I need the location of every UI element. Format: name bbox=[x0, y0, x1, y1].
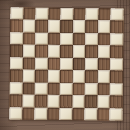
board-square[interactable] bbox=[35, 20, 48, 33]
board-square[interactable] bbox=[48, 45, 61, 58]
board-square[interactable] bbox=[60, 58, 73, 71]
board-square[interactable] bbox=[60, 45, 73, 58]
board-square[interactable] bbox=[61, 20, 74, 33]
board-square[interactable] bbox=[10, 45, 23, 58]
board-square[interactable] bbox=[36, 8, 49, 21]
board-square[interactable] bbox=[110, 108, 123, 121]
board-square[interactable] bbox=[98, 83, 111, 96]
board-square[interactable] bbox=[98, 46, 111, 59]
board-square[interactable] bbox=[22, 82, 35, 95]
board-square[interactable] bbox=[60, 70, 73, 83]
board-square[interactable] bbox=[48, 20, 61, 33]
board-square[interactable] bbox=[47, 95, 60, 108]
board-square[interactable] bbox=[35, 107, 48, 120]
board-square[interactable] bbox=[86, 8, 99, 21]
board-square[interactable] bbox=[47, 82, 60, 95]
board-square[interactable] bbox=[35, 57, 48, 70]
board-square[interactable] bbox=[10, 70, 23, 83]
board-square[interactable] bbox=[73, 8, 86, 21]
board-square[interactable] bbox=[111, 8, 124, 21]
board-square[interactable] bbox=[9, 107, 22, 120]
board-square[interactable] bbox=[35, 82, 48, 95]
board-square[interactable] bbox=[35, 70, 48, 83]
board-square[interactable] bbox=[72, 83, 85, 96]
board-square[interactable] bbox=[111, 33, 124, 46]
board-square[interactable] bbox=[73, 70, 86, 83]
board-square[interactable] bbox=[110, 96, 123, 109]
board-square[interactable] bbox=[73, 45, 86, 58]
board-square[interactable] bbox=[47, 70, 60, 83]
board-square[interactable] bbox=[110, 83, 123, 96]
board-square[interactable] bbox=[23, 20, 36, 33]
board-square[interactable] bbox=[23, 45, 36, 58]
board-square[interactable] bbox=[110, 58, 123, 71]
board-square[interactable] bbox=[60, 107, 73, 120]
board-square[interactable] bbox=[85, 95, 98, 108]
board-square[interactable] bbox=[86, 21, 99, 34]
board-square[interactable] bbox=[35, 33, 48, 46]
board-square[interactable] bbox=[86, 33, 99, 46]
board-square[interactable] bbox=[111, 46, 124, 59]
board-square[interactable] bbox=[48, 58, 61, 71]
board-square[interactable] bbox=[97, 95, 110, 108]
board-square[interactable] bbox=[10, 57, 23, 70]
board-square[interactable] bbox=[61, 8, 74, 21]
board-square[interactable] bbox=[48, 8, 61, 21]
board-square[interactable] bbox=[85, 108, 98, 121]
board-square[interactable] bbox=[73, 58, 86, 71]
board-square[interactable] bbox=[22, 70, 35, 83]
board-square[interactable] bbox=[73, 21, 86, 34]
board-square[interactable] bbox=[85, 70, 98, 83]
board-square[interactable] bbox=[98, 33, 111, 46]
board-square[interactable] bbox=[97, 108, 110, 121]
board-square[interactable] bbox=[35, 45, 48, 58]
board-square[interactable] bbox=[10, 7, 23, 20]
board-square[interactable] bbox=[23, 32, 36, 45]
board-square[interactable] bbox=[98, 8, 111, 21]
board-square[interactable] bbox=[85, 58, 98, 71]
board-square[interactable] bbox=[60, 83, 73, 96]
board-square[interactable] bbox=[10, 32, 23, 45]
board-square[interactable] bbox=[98, 71, 111, 84]
board-square[interactable] bbox=[111, 21, 124, 34]
board-square[interactable] bbox=[60, 33, 73, 46]
board-square[interactable] bbox=[98, 58, 111, 71]
board-square[interactable] bbox=[98, 21, 111, 34]
board-square[interactable] bbox=[23, 8, 36, 21]
board-square[interactable] bbox=[48, 33, 61, 46]
board-square[interactable] bbox=[85, 46, 98, 59]
board-square[interactable] bbox=[10, 95, 23, 108]
board-square[interactable] bbox=[10, 20, 23, 33]
board-square[interactable] bbox=[60, 95, 73, 108]
board-square[interactable] bbox=[22, 57, 35, 70]
wooden-table-background bbox=[0, 0, 130, 130]
board-square[interactable] bbox=[85, 83, 98, 96]
board-square[interactable] bbox=[10, 82, 23, 95]
board-square[interactable] bbox=[72, 95, 85, 108]
board-square[interactable] bbox=[110, 71, 123, 84]
board-square[interactable] bbox=[47, 107, 60, 120]
board-square[interactable] bbox=[22, 107, 35, 120]
board-square[interactable] bbox=[73, 33, 86, 46]
board-square[interactable] bbox=[72, 108, 85, 121]
board-square[interactable] bbox=[22, 95, 35, 108]
game-board[interactable] bbox=[9, 7, 123, 120]
board-square[interactable] bbox=[35, 95, 48, 108]
